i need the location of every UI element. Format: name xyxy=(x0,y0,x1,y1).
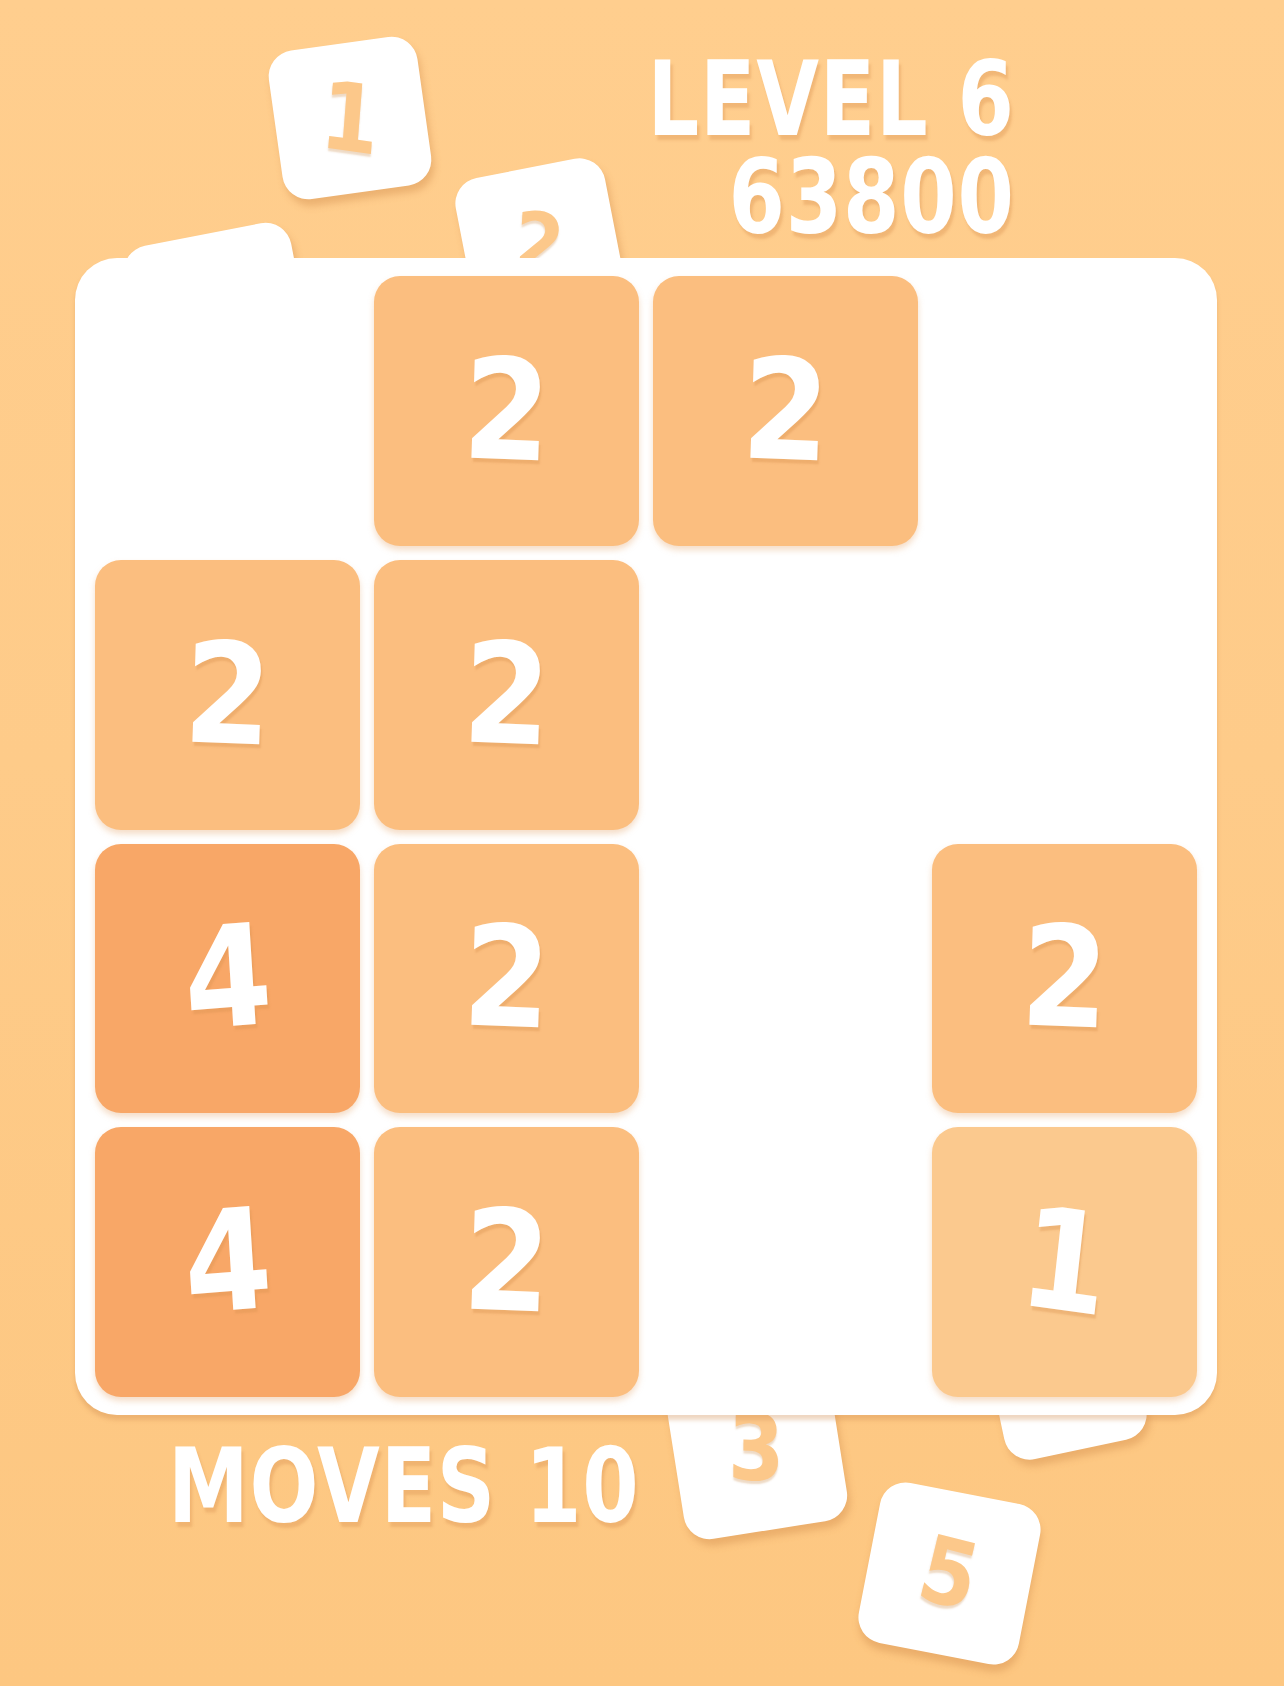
falling-tile-5: 5 xyxy=(854,1478,1045,1669)
game-screen: LEVEL 6 63800 2222422421 1235 MOVES 10 xyxy=(0,0,1284,1686)
tile-value: 2 xyxy=(460,623,552,766)
falling-tile-value: 5 xyxy=(911,1522,987,1625)
game-board[interactable]: 2222422421 xyxy=(75,258,1217,1415)
moves-counter: MOVES 10 xyxy=(168,1436,639,1536)
number-tile-2[interactable]: 2 xyxy=(374,844,639,1114)
tile-value: 2 xyxy=(1018,907,1110,1050)
number-tile-2[interactable]: 2 xyxy=(932,844,1197,1114)
tile-value: 1 xyxy=(1013,1187,1115,1338)
tile-value: 2 xyxy=(460,1190,552,1333)
number-tile-1[interactable]: 1 xyxy=(932,1127,1197,1397)
number-tile-4[interactable]: 4 xyxy=(95,844,360,1114)
tile-value: 2 xyxy=(460,907,552,1050)
number-tile-2[interactable]: 2 xyxy=(374,276,639,546)
number-tile-2[interactable]: 2 xyxy=(95,560,360,830)
level-and-score: LEVEL 6 63800 xyxy=(648,50,1015,246)
tile-value: 2 xyxy=(739,339,831,482)
tile-value: 4 xyxy=(179,905,275,1051)
tile-value: 2 xyxy=(181,623,273,766)
level-label: LEVEL 6 xyxy=(648,50,1015,148)
falling-tile-value: 3 xyxy=(728,1402,785,1496)
number-tile-2[interactable]: 2 xyxy=(653,276,918,546)
tile-value: 4 xyxy=(179,1189,275,1335)
score-value: 63800 xyxy=(648,148,1015,246)
tile-value: 2 xyxy=(460,339,552,482)
number-tile-2[interactable]: 2 xyxy=(374,560,639,830)
falling-tile-1: 1 xyxy=(265,33,434,202)
number-tile-4[interactable]: 4 xyxy=(95,1127,360,1397)
number-tile-2[interactable]: 2 xyxy=(374,1127,639,1397)
falling-tile-value: 1 xyxy=(317,67,382,169)
